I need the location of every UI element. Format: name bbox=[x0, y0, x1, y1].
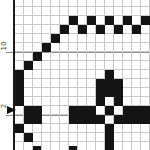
chart-cell bbox=[78, 25, 87, 34]
chart-cell bbox=[42, 142, 51, 150]
chart-cell bbox=[24, 124, 33, 133]
chart-cell bbox=[15, 52, 24, 61]
chart-cell bbox=[60, 97, 69, 106]
chart-cell bbox=[51, 124, 60, 133]
chart-cell bbox=[141, 61, 150, 70]
chart-cell bbox=[33, 142, 42, 150]
chart-cell bbox=[15, 70, 24, 79]
chart-cell bbox=[87, 16, 96, 25]
chart-cell bbox=[132, 142, 141, 150]
chart-cell bbox=[33, 97, 42, 106]
chart-cell bbox=[15, 61, 24, 70]
chart-cell bbox=[96, 70, 105, 79]
chart-cell bbox=[114, 97, 123, 106]
chart-cell bbox=[105, 16, 114, 25]
chart-cell bbox=[114, 70, 123, 79]
chart-cell bbox=[96, 97, 105, 106]
chart-cell bbox=[105, 43, 114, 52]
chart-cell bbox=[87, 106, 96, 115]
chart-cell bbox=[87, 115, 96, 124]
chart-cell bbox=[114, 0, 123, 7]
chart-cell bbox=[105, 79, 114, 88]
chart-cell bbox=[42, 61, 51, 70]
chart-cell bbox=[69, 88, 78, 97]
chart-cell bbox=[123, 88, 132, 97]
chart-cell bbox=[87, 34, 96, 43]
chart-cell bbox=[24, 25, 33, 34]
chart-cell bbox=[123, 7, 132, 16]
chart-cell bbox=[15, 142, 24, 150]
chart-cell bbox=[114, 133, 123, 142]
chart-cell bbox=[51, 7, 60, 16]
chart-cell bbox=[33, 52, 42, 61]
chart-cell bbox=[15, 115, 24, 124]
chart-cell bbox=[33, 70, 42, 79]
chart-cell bbox=[69, 133, 78, 142]
chart-cell bbox=[105, 34, 114, 43]
chart-cell bbox=[141, 97, 150, 106]
chart-cell bbox=[15, 34, 24, 43]
chart-cell bbox=[51, 0, 60, 7]
chart-cell bbox=[69, 124, 78, 133]
chart-cell bbox=[132, 97, 141, 106]
chart-cell bbox=[78, 7, 87, 16]
chart-cell bbox=[24, 79, 33, 88]
chart-cell bbox=[87, 61, 96, 70]
chart-cell bbox=[60, 142, 69, 150]
chart-cell bbox=[78, 79, 87, 88]
chart-cell bbox=[78, 133, 87, 142]
chart-cell bbox=[141, 43, 150, 52]
chart-cell bbox=[51, 115, 60, 124]
chart-cell bbox=[78, 88, 87, 97]
chart-cell bbox=[69, 25, 78, 34]
chart-cell bbox=[141, 133, 150, 142]
chart-cell bbox=[96, 0, 105, 7]
chart-cell bbox=[123, 43, 132, 52]
chart-cell bbox=[78, 16, 87, 25]
chart-cell bbox=[60, 0, 69, 7]
chart-cell bbox=[114, 124, 123, 133]
chart-cell bbox=[60, 25, 69, 34]
chart-cell bbox=[87, 70, 96, 79]
chart-cell bbox=[51, 97, 60, 106]
chart-cell bbox=[24, 61, 33, 70]
chart-cell bbox=[33, 61, 42, 70]
chart-cell bbox=[15, 0, 24, 7]
chart-cell bbox=[33, 7, 42, 16]
chart-cell bbox=[123, 106, 132, 115]
chart-cell bbox=[33, 25, 42, 34]
chart-cell bbox=[132, 16, 141, 25]
chart-cell bbox=[15, 97, 24, 106]
chart-cell bbox=[42, 115, 51, 124]
chart-cell bbox=[114, 106, 123, 115]
chart-cell bbox=[123, 70, 132, 79]
chart-cell bbox=[87, 133, 96, 142]
chart-cell bbox=[60, 88, 69, 97]
chart-cell bbox=[78, 115, 87, 124]
chart-cell bbox=[114, 16, 123, 25]
chart-cell bbox=[42, 79, 51, 88]
chart-cell bbox=[132, 115, 141, 124]
chart-cell bbox=[105, 88, 114, 97]
chart-cell bbox=[24, 142, 33, 150]
chart-cell bbox=[69, 79, 78, 88]
chart-cell bbox=[33, 124, 42, 133]
chart-cell bbox=[114, 25, 123, 34]
chart-cell bbox=[96, 133, 105, 142]
chart-cell bbox=[123, 142, 132, 150]
chart-cell bbox=[60, 34, 69, 43]
chart-cell bbox=[123, 52, 132, 61]
chart-cell bbox=[24, 106, 33, 115]
chart-cell bbox=[114, 88, 123, 97]
chart-cell bbox=[33, 34, 42, 43]
chart-cell bbox=[141, 106, 150, 115]
chart-cell bbox=[141, 88, 150, 97]
chart-cell bbox=[87, 25, 96, 34]
chart-cell bbox=[42, 25, 51, 34]
chart-cell bbox=[51, 70, 60, 79]
chart-cell bbox=[132, 52, 141, 61]
chart-cell bbox=[60, 43, 69, 52]
row-number-label-10: 10 bbox=[0, 39, 8, 53]
chart-cell bbox=[78, 61, 87, 70]
chart-cell bbox=[114, 34, 123, 43]
chart-cell bbox=[15, 79, 24, 88]
chart-cell bbox=[123, 133, 132, 142]
chart-cell bbox=[51, 34, 60, 43]
chart-cell bbox=[105, 0, 114, 7]
chart-cell bbox=[24, 43, 33, 52]
chart-cell bbox=[69, 34, 78, 43]
chart-cell bbox=[78, 124, 87, 133]
chart-cell bbox=[15, 7, 24, 16]
chart-cell bbox=[69, 70, 78, 79]
chart-cell bbox=[42, 133, 51, 142]
chart-cell bbox=[132, 70, 141, 79]
chart-cell bbox=[123, 79, 132, 88]
chart-cell bbox=[123, 25, 132, 34]
chart-cell bbox=[87, 124, 96, 133]
chart-cell bbox=[87, 142, 96, 150]
chart-cell bbox=[141, 142, 150, 150]
chart-cell bbox=[141, 124, 150, 133]
chart-cell bbox=[96, 25, 105, 34]
chart-cell bbox=[51, 142, 60, 150]
chart-cell bbox=[60, 16, 69, 25]
chart-cell bbox=[123, 124, 132, 133]
chart-cell bbox=[24, 115, 33, 124]
chart-cell bbox=[132, 34, 141, 43]
chart-cell bbox=[33, 88, 42, 97]
chart-cell bbox=[87, 7, 96, 16]
chart-cell bbox=[78, 0, 87, 7]
chart-cell bbox=[141, 52, 150, 61]
chart-cell bbox=[33, 43, 42, 52]
chart-cell bbox=[105, 70, 114, 79]
chart-cell bbox=[69, 61, 78, 70]
chart-cell bbox=[69, 16, 78, 25]
chart-cell bbox=[60, 115, 69, 124]
chart-cell bbox=[132, 79, 141, 88]
chart-cell bbox=[78, 70, 87, 79]
chart-cell bbox=[96, 61, 105, 70]
chart-cell bbox=[87, 0, 96, 7]
chart-cell bbox=[42, 70, 51, 79]
chart-cell bbox=[15, 43, 24, 52]
chart-cell bbox=[15, 124, 24, 133]
chart-cell bbox=[24, 88, 33, 97]
chart-cell bbox=[87, 88, 96, 97]
chart-cell bbox=[24, 0, 33, 7]
chart-cell bbox=[69, 52, 78, 61]
pattern-grid bbox=[13, 0, 150, 150]
chart-cell bbox=[105, 115, 114, 124]
chart-cell bbox=[51, 25, 60, 34]
chart-cell bbox=[123, 97, 132, 106]
chart-cell bbox=[51, 61, 60, 70]
chart-cell bbox=[51, 16, 60, 25]
chart-cell bbox=[51, 133, 60, 142]
chart-cell bbox=[42, 88, 51, 97]
chart-cell bbox=[87, 52, 96, 61]
chart-cell bbox=[114, 79, 123, 88]
chart-cell bbox=[33, 133, 42, 142]
chart-cell bbox=[96, 43, 105, 52]
chart-cell bbox=[114, 61, 123, 70]
chart-cell bbox=[123, 61, 132, 70]
chart-cell bbox=[42, 0, 51, 7]
chart-cell bbox=[15, 88, 24, 97]
chart-cell bbox=[42, 7, 51, 16]
chart-cell bbox=[60, 79, 69, 88]
chart-cell bbox=[69, 43, 78, 52]
chart-cell bbox=[42, 52, 51, 61]
chart-cell bbox=[114, 142, 123, 150]
chart-cell bbox=[24, 52, 33, 61]
chart-cell bbox=[24, 70, 33, 79]
pattern-chart: 10 2 bbox=[0, 0, 150, 150]
chart-cell bbox=[141, 115, 150, 124]
chart-cell bbox=[60, 106, 69, 115]
chart-cell bbox=[24, 34, 33, 43]
chart-cell bbox=[114, 115, 123, 124]
chart-cell bbox=[60, 124, 69, 133]
chart-cell bbox=[69, 0, 78, 7]
chart-cell bbox=[42, 106, 51, 115]
chart-cell bbox=[15, 25, 24, 34]
chart-cell bbox=[105, 25, 114, 34]
chart-cell bbox=[87, 79, 96, 88]
chart-cell bbox=[78, 106, 87, 115]
chart-cell bbox=[33, 16, 42, 25]
chart-cell bbox=[114, 52, 123, 61]
chart-cell bbox=[15, 133, 24, 142]
chart-cell bbox=[51, 43, 60, 52]
chart-cell bbox=[96, 106, 105, 115]
chart-cell bbox=[78, 34, 87, 43]
chart-cell bbox=[15, 16, 24, 25]
chart-cell bbox=[123, 115, 132, 124]
chart-cell bbox=[105, 52, 114, 61]
chart-cell bbox=[132, 106, 141, 115]
chart-cell bbox=[132, 0, 141, 7]
chart-cell bbox=[105, 106, 114, 115]
chart-cell bbox=[132, 133, 141, 142]
chart-cell bbox=[69, 115, 78, 124]
chart-cell bbox=[42, 97, 51, 106]
chart-cell bbox=[60, 7, 69, 16]
chart-cell bbox=[105, 142, 114, 150]
chart-cell bbox=[96, 16, 105, 25]
chart-cell bbox=[51, 88, 60, 97]
chart-cell bbox=[105, 124, 114, 133]
chart-cell bbox=[132, 25, 141, 34]
chart-cell bbox=[132, 7, 141, 16]
chart-cell bbox=[60, 61, 69, 70]
chart-cell bbox=[141, 79, 150, 88]
chart-cell bbox=[51, 52, 60, 61]
chart-cell bbox=[105, 97, 114, 106]
chart-cell bbox=[141, 34, 150, 43]
chart-cell bbox=[132, 88, 141, 97]
chart-cell bbox=[87, 43, 96, 52]
chart-cell bbox=[78, 142, 87, 150]
chart-cell bbox=[123, 0, 132, 7]
chart-cell bbox=[33, 79, 42, 88]
chart-cell bbox=[60, 70, 69, 79]
chart-cell bbox=[33, 0, 42, 7]
chart-cell bbox=[51, 106, 60, 115]
chart-cell bbox=[42, 34, 51, 43]
chart-cell bbox=[42, 43, 51, 52]
chart-cell bbox=[15, 106, 24, 115]
chart-cell bbox=[123, 16, 132, 25]
chart-cell bbox=[105, 133, 114, 142]
chart-cell bbox=[51, 79, 60, 88]
chart-cell bbox=[96, 7, 105, 16]
chart-cell bbox=[114, 43, 123, 52]
chart-cell bbox=[141, 70, 150, 79]
chart-cell bbox=[96, 115, 105, 124]
chart-cell bbox=[132, 124, 141, 133]
chart-cell bbox=[87, 97, 96, 106]
chart-cell bbox=[114, 7, 123, 16]
chart-cell bbox=[24, 16, 33, 25]
row-start-arrow-icon bbox=[7, 106, 16, 114]
chart-cell bbox=[60, 52, 69, 61]
chart-cell bbox=[105, 61, 114, 70]
chart-cell bbox=[78, 52, 87, 61]
chart-cell bbox=[141, 7, 150, 16]
chart-cell bbox=[24, 97, 33, 106]
chart-cell bbox=[96, 52, 105, 61]
chart-cell bbox=[33, 115, 42, 124]
chart-cell bbox=[96, 124, 105, 133]
chart-cell bbox=[141, 0, 150, 7]
chart-cell bbox=[96, 34, 105, 43]
chart-cell bbox=[105, 7, 114, 16]
chart-cell bbox=[69, 142, 78, 150]
chart-cell bbox=[132, 43, 141, 52]
chart-cell bbox=[141, 16, 150, 25]
chart-cell bbox=[42, 124, 51, 133]
chart-cell bbox=[69, 97, 78, 106]
chart-cell bbox=[24, 7, 33, 16]
chart-cell bbox=[24, 133, 33, 142]
chart-cell bbox=[132, 61, 141, 70]
chart-cell bbox=[69, 7, 78, 16]
chart-cell bbox=[141, 25, 150, 34]
chart-cell bbox=[69, 106, 78, 115]
chart-cell bbox=[96, 88, 105, 97]
chart-cell bbox=[60, 133, 69, 142]
chart-cell bbox=[96, 79, 105, 88]
chart-cell bbox=[123, 34, 132, 43]
chart-cell bbox=[78, 97, 87, 106]
chart-cell bbox=[96, 142, 105, 150]
chart-cell bbox=[33, 106, 42, 115]
chart-cell bbox=[42, 16, 51, 25]
chart-cell bbox=[78, 43, 87, 52]
